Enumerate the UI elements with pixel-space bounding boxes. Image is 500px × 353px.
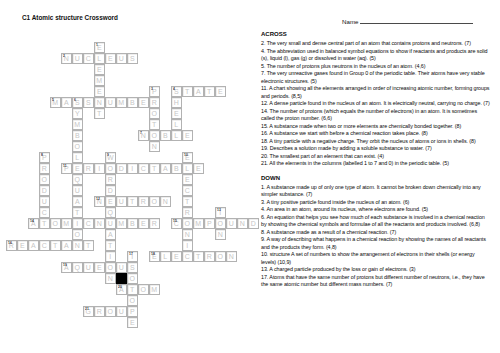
cell-letter: L [95, 54, 104, 63]
cell-letter: R [150, 98, 159, 107]
cell-letter: N [106, 274, 115, 283]
cell-letter: M [150, 285, 159, 294]
cell-letter: A [29, 241, 38, 250]
grid-cell[interactable]: 21G [83, 306, 94, 317]
grid-cell[interactable]: H [171, 97, 182, 108]
grid-cell[interactable]: E [182, 174, 193, 185]
cell-letter: B [73, 131, 82, 140]
cell-letter: E [18, 241, 27, 250]
cell-letter: T [183, 87, 192, 96]
grid-cell[interactable]: R [204, 251, 215, 262]
grid-cell[interactable]: T [149, 163, 160, 174]
grid-cell[interactable]: E [94, 64, 105, 75]
grid-cell[interactable]: O [215, 218, 226, 229]
cell-letter: I [106, 252, 115, 261]
cell-letter: T [106, 241, 115, 250]
grid-cell[interactable]: U [72, 185, 83, 196]
worksheet-title: C1 Atomic structure Crossword [22, 14, 118, 21]
grid-cell[interactable]: 10E [182, 152, 193, 163]
cell-letter: R [139, 197, 148, 206]
cell-letter: E [172, 109, 181, 118]
grid-cell[interactable]: T [204, 86, 215, 97]
cell-letter: T [194, 252, 203, 261]
cell-letter: N [95, 219, 104, 228]
cell-letter: E [194, 164, 203, 173]
grid-cell[interactable]: O [149, 130, 160, 141]
grid-cell[interactable]: 14A [28, 218, 39, 229]
cell-letter: C [84, 54, 93, 63]
grid-cell[interactable]: R [149, 218, 160, 229]
grid-cell[interactable]: L [171, 119, 182, 130]
grid-cell[interactable]: U [83, 262, 94, 273]
cell-letter: B [161, 131, 170, 140]
cell-letter: N [227, 252, 236, 261]
grid-cell[interactable]: O [138, 284, 149, 295]
cell-letter: D [40, 186, 49, 195]
grid-cell[interactable]: 4S [171, 86, 182, 97]
grid-cell[interactable]: C [39, 207, 50, 218]
clue-number: 10 [184, 153, 188, 156]
grid-cell[interactable]: N [149, 141, 160, 152]
grid-cell[interactable]: T [105, 240, 116, 251]
grid-cell[interactable]: M [94, 75, 105, 86]
cell-letter: U [106, 219, 115, 228]
grid-cell[interactable]: C [83, 53, 94, 64]
cell-letter: L [161, 252, 170, 261]
cell-letter: Q [73, 263, 82, 272]
clue-number: 8 [41, 153, 43, 156]
cell-letter: T [40, 219, 49, 228]
cell-letter: B [172, 164, 181, 173]
grid-cell[interactable]: R [83, 163, 94, 174]
grid-cell[interactable]: M [149, 284, 160, 295]
grid-cell[interactable]: N [105, 273, 116, 284]
grid-cell[interactable]: O [182, 218, 193, 229]
grid-cell[interactable]: 2N [61, 53, 72, 64]
grid-cell[interactable]: 12N [94, 196, 105, 207]
grid-cell[interactable]: 19A [61, 262, 72, 273]
grid-cell[interactable]: B [171, 163, 182, 174]
cell-letter: S [128, 263, 137, 272]
clue-across-18: 18. A tiny particle with a negative char… [261, 138, 490, 146]
grid-cell[interactable]: O [105, 262, 116, 273]
cell-letter: O [150, 131, 159, 140]
grid-cell[interactable]: R [138, 196, 149, 207]
clue-number: 20 [118, 285, 122, 288]
grid-cell[interactable]: T [39, 218, 50, 229]
cell-letter: O [40, 175, 49, 184]
grid-cell[interactable]: R [105, 174, 116, 185]
cell-letter: O [139, 285, 148, 294]
clue-down-8: 8. A substance made as a result of a che… [261, 229, 490, 237]
grid-cell[interactable]: T [127, 284, 138, 295]
cell-letter: A [106, 230, 115, 239]
grid-cell[interactable]: P [204, 218, 215, 229]
grid-cell[interactable]: N [182, 229, 193, 240]
grid-cell[interactable]: A [72, 196, 83, 207]
grid-cell[interactable]: U [116, 196, 127, 207]
grid-cell[interactable]: Q [72, 174, 83, 185]
grid-cell[interactable]: U [105, 218, 116, 229]
cell-letter: O [51, 219, 60, 228]
cell-letter: I [95, 164, 104, 173]
cell-letter: U [73, 54, 82, 63]
grid-cell[interactable]: N [215, 229, 226, 240]
grid-cell[interactable]: 15C [171, 218, 182, 229]
cell-letter: E [95, 263, 104, 272]
grid-cell[interactable]: A [105, 229, 116, 240]
grid-cell[interactable]: T [193, 251, 204, 262]
grid-cell[interactable]: T [72, 207, 83, 218]
clue-number: 12 [96, 197, 100, 200]
grid-cell[interactable]: E [182, 130, 193, 141]
clue-down-13: 13. A charged particle produced by the l… [261, 266, 490, 274]
across-section: ACROSS 2. The very small and dense centr… [261, 31, 490, 168]
cell-letter: T [128, 285, 137, 294]
cell-letter: E [183, 175, 192, 184]
cell-letter: O [128, 296, 137, 305]
grid-cell[interactable]: M [193, 218, 204, 229]
grid-cell[interactable]: O [127, 295, 138, 306]
clue-across-12: 12. A dense particle found in the nucleu… [261, 100, 490, 108]
clue-across-15: 15. A substance made when two or more el… [261, 123, 490, 131]
cell-letter: L [172, 131, 181, 140]
grid-cell[interactable]: P [127, 306, 138, 317]
cell-letter: T [205, 87, 214, 96]
cell-letter: I [73, 219, 82, 228]
grid-cell[interactable]: O [72, 141, 83, 152]
grid-cell[interactable]: I [94, 163, 105, 174]
clue-down-17: 17. Atoms that have the same number of p… [261, 274, 490, 289]
grid-cell[interactable]: E [94, 86, 105, 97]
clue-across-19: 19. Describes a solution made by adding … [261, 145, 490, 153]
grid-cell[interactable]: E [105, 196, 116, 207]
grid-cell[interactable]: B [160, 130, 171, 141]
cell-letter: O [106, 307, 115, 316]
grid-cell[interactable]: 11P [61, 163, 72, 174]
grid-cell[interactable]: N [72, 240, 83, 251]
cell-letter: U [117, 197, 126, 206]
cell-letter: O [106, 164, 115, 173]
cell-letter: E [172, 252, 181, 261]
cell-letter: E [128, 318, 137, 327]
grid-cell[interactable]: B [127, 218, 138, 229]
grid-cell[interactable]: 18E [149, 251, 160, 262]
cell-letter: T [128, 197, 137, 206]
clue-down-1: 1. A substance made up of only one type … [261, 184, 490, 199]
grid-cell[interactable]: 16R [6, 240, 17, 251]
cell-letter: U [73, 186, 82, 195]
cell-letter: E [95, 65, 104, 74]
cell-letter: E [95, 87, 104, 96]
clue-down-3: 3. A tiny positive particle found inside… [261, 199, 490, 207]
grid-cell[interactable]: M [116, 218, 127, 229]
cell-letter: L [172, 120, 181, 129]
clue-number: 9 [107, 153, 109, 156]
cell-letter: U [106, 98, 115, 107]
cell-letter: E [183, 131, 192, 140]
grid-cell[interactable]: R [39, 163, 50, 174]
grid-cell[interactable]: 3P [149, 86, 160, 97]
grid-cell[interactable]: O [105, 306, 116, 317]
grid-cell[interactable]: A [160, 163, 171, 174]
grid-cell[interactable]: M [116, 97, 127, 108]
grid-cell[interactable]: S [127, 262, 138, 273]
grid-cell[interactable]: U [105, 97, 116, 108]
grid-cell[interactable]: E [17, 240, 28, 251]
name-blank-line[interactable] [360, 17, 473, 24]
grid-cell[interactable]: D [248, 218, 259, 229]
cell-letter: A [194, 87, 203, 96]
clue-number: 14 [30, 219, 34, 222]
cell-letter: R [106, 175, 115, 184]
grid-cell[interactable]: U [116, 53, 127, 64]
grid-cell[interactable]: D [105, 185, 116, 196]
cell-letter: L [73, 153, 82, 162]
grid-cell[interactable]: S [83, 97, 94, 108]
cell-letter: H [172, 98, 181, 107]
cell-letter: B [128, 98, 137, 107]
across-clues: 2. The very small and dense central part… [261, 40, 490, 168]
grid-cell[interactable]: 13I [215, 207, 226, 218]
cell-letter: O [150, 197, 159, 206]
down-heading: DOWN [261, 175, 490, 181]
cell-letter: M [117, 98, 126, 107]
grid-cell[interactable]: 6S [72, 97, 83, 108]
grid-cell[interactable]: B [72, 130, 83, 141]
cell-letter: O [128, 274, 137, 283]
across-heading: ACROSS [261, 31, 490, 37]
cell-letter: R [40, 164, 49, 173]
grid-cell[interactable]: U [39, 196, 50, 207]
grid-cell[interactable]: U [226, 218, 237, 229]
grid-cell[interactable]: O [149, 108, 160, 119]
grid-cell[interactable]: L [171, 130, 182, 141]
cell-letter: O [216, 252, 225, 261]
clue-number: 21 [85, 307, 89, 310]
grid-cell[interactable]: E [72, 163, 83, 174]
grid-cell[interactable]: E [215, 86, 226, 97]
grid-cell[interactable]: E [138, 97, 149, 108]
clue-across-21: 21. All the elements in the columns (lab… [261, 160, 490, 168]
cell-letter: E [139, 98, 148, 107]
grid-cell[interactable]: 7N [138, 130, 149, 141]
grid-cell[interactable]: E [193, 163, 204, 174]
grid-cell[interactable]: I [105, 251, 116, 262]
grid-cell[interactable]: L [182, 163, 193, 174]
clue-across-14: 14. The number of protons (which equals … [261, 108, 490, 123]
grid-cell[interactable]: C [83, 218, 94, 229]
cell-letter: N [73, 241, 82, 250]
grid-cell[interactable]: N [94, 97, 105, 108]
clue-number: 19 [63, 263, 67, 266]
grid-cell[interactable]: C [182, 185, 193, 196]
cell-letter: T [150, 120, 159, 129]
cell-letter: R [95, 307, 104, 316]
grid-cell[interactable]: E [171, 108, 182, 119]
cell-letter: R [205, 252, 214, 261]
cell-letter: N [183, 230, 192, 239]
cell-letter: A [62, 98, 71, 107]
grid-cell[interactable]: O [149, 196, 160, 207]
cell-letter: A [62, 241, 71, 250]
grid-cell[interactable]: T [127, 196, 138, 207]
grid-cell[interactable]: A [61, 97, 72, 108]
grid-cell[interactable]: S [127, 53, 138, 64]
grid-cell[interactable]: N [94, 218, 105, 229]
cell-letter: S [128, 54, 137, 63]
cell-letter: M [95, 76, 104, 85]
grid-cell[interactable]: O [39, 174, 50, 185]
grid-cell[interactable]: 8P [39, 152, 50, 163]
cell-letter: Q [73, 175, 82, 184]
cell-letter: N [216, 230, 225, 239]
cell-letter: T [84, 241, 93, 250]
grid-cell[interactable]: R [182, 207, 193, 218]
cell-letter: E [73, 164, 82, 173]
grid-cell[interactable]: I [127, 163, 138, 174]
grid-cell[interactable]: Q [105, 207, 116, 218]
cell-letter: O [183, 219, 192, 228]
cell-letter: I [183, 241, 192, 250]
grid-cell[interactable]: L [72, 152, 83, 163]
grid-cell[interactable]: C [182, 251, 193, 262]
clue-number: 4 [173, 87, 175, 90]
grid-cell[interactable]: 9W [105, 152, 116, 163]
grid-cell[interactable]: C [39, 240, 50, 251]
cell-letter: M [73, 120, 82, 129]
grid-cell[interactable]: A [193, 86, 204, 97]
grid-cell[interactable]: 20A [116, 284, 127, 295]
cell-letter: N [238, 219, 247, 228]
grid-cell[interactable]: R [149, 97, 160, 108]
grid-cell[interactable]: Q [72, 262, 83, 273]
grid-cell[interactable]: D [116, 163, 127, 174]
grid-cell[interactable]: T [149, 119, 160, 130]
grid-cell[interactable]: E [105, 53, 116, 64]
grid-cell[interactable]: E [138, 218, 149, 229]
cell-letter: O [73, 142, 82, 151]
grid-cell[interactable]: R [94, 306, 105, 317]
cell-letter: C [84, 219, 93, 228]
cell-letter: S [84, 98, 93, 107]
clue-down-4: 4. An area in an atom, around its nucleu… [261, 206, 490, 214]
grid-cell[interactable]: M [61, 218, 72, 229]
cell-letter: M [62, 219, 71, 228]
grid-cell[interactable]: T [182, 196, 193, 207]
grid-cell[interactable]: U [72, 53, 83, 64]
grid-cell[interactable]: D [39, 185, 50, 196]
grid-cell[interactable]: B [127, 97, 138, 108]
grid-cell[interactable]: O [50, 218, 61, 229]
clue-number: 6 [74, 98, 76, 101]
grid-cell[interactable]: T [83, 240, 94, 251]
cell-letter: U [40, 197, 49, 206]
clue-across-11: 11. A chart showing all the elements arr… [261, 85, 490, 100]
grid-cell[interactable]: T [182, 86, 193, 97]
grid-cell[interactable]: U [116, 262, 127, 273]
grid-cell[interactable]: I [72, 218, 83, 229]
cell-letter: C [183, 186, 192, 195]
grid-cell[interactable]: O [72, 229, 83, 240]
grid-cell[interactable]: O [105, 163, 116, 174]
name-label: Name [342, 18, 359, 25]
grid-cell[interactable]: 1E [94, 42, 105, 53]
down-clues: 1. A substance made up of only one type … [261, 184, 490, 289]
grid-cell[interactable]: Y [72, 108, 83, 119]
clue-across-16: 16. A substance we start with before a c… [261, 130, 490, 138]
clue-across-2: 2. The very small and dense central part… [261, 40, 490, 48]
cell-letter: T [51, 241, 60, 250]
clue-number: 1 [96, 43, 98, 46]
cell-letter: T [150, 164, 159, 173]
cell-letter: O [73, 230, 82, 239]
cell-letter: C [139, 164, 148, 173]
cell-letter: D [249, 219, 258, 228]
grid-cell[interactable]: E [94, 262, 105, 273]
cell-letter: C [40, 241, 49, 250]
cell-letter: C [40, 208, 49, 217]
clue-number: 7 [140, 131, 142, 134]
cell-letter: M [117, 219, 126, 228]
cell-letter: N [95, 98, 104, 107]
page: { "title": "C1 Atomic structure Crosswor… [0, 0, 500, 353]
cell-letter: P [205, 219, 214, 228]
cell-letter: R [84, 164, 93, 173]
grid-cell[interactable]: L [160, 251, 171, 262]
clue-number: 3 [151, 87, 153, 90]
grid-cell[interactable]: I [182, 240, 193, 251]
cell-letter: L [183, 164, 192, 173]
cell-letter: T [183, 197, 192, 206]
grid-cell[interactable]: E [127, 317, 138, 328]
cell-letter: T [73, 208, 82, 217]
grid-cell[interactable]: 17I [127, 251, 138, 262]
clue-down-6: 6. An equation that helps you see how mu… [261, 214, 490, 229]
clue-down-10: 10. structure A set of numbers to show t… [261, 251, 490, 266]
cell-letter: O [216, 219, 225, 228]
grid-cell[interactable]: U [116, 306, 127, 317]
grid-cell[interactable]: C [138, 163, 149, 174]
grid-cell[interactable]: E [171, 251, 182, 262]
cell-letter: E [106, 54, 115, 63]
cell-letter: R [150, 219, 159, 228]
cell-letter: E [216, 87, 225, 96]
cell-letter: E [139, 219, 148, 228]
cell-letter: U [227, 219, 236, 228]
grid-cell[interactable]: N [226, 251, 237, 262]
cell-letter: U [117, 307, 126, 316]
grid-cell[interactable]: O [127, 273, 138, 284]
cell-letter: Q [106, 208, 115, 217]
clue-number: 16 [8, 241, 12, 244]
grid-cell[interactable]: N [237, 218, 248, 229]
grid-cell[interactable]: N [160, 196, 171, 207]
clue-number: 13 [217, 208, 221, 211]
grid-cell[interactable]: 5M [50, 97, 61, 108]
grid-cell[interactable]: A [28, 240, 39, 251]
grid-cell[interactable]: T [50, 240, 61, 251]
grid-cell[interactable]: M [72, 119, 83, 130]
grid-cell[interactable]: T [94, 108, 105, 119]
crossword-grid: 1E2NUCLEUSEME3P4STATE5MA6SSNUMBERHYTOEMT… [6, 42, 259, 328]
cell-letter: P [128, 307, 137, 316]
grid-cell[interactable]: A [61, 240, 72, 251]
grid-cell[interactable]: L [94, 53, 105, 64]
grid-cell[interactable]: O [215, 251, 226, 262]
black-cell [116, 273, 127, 284]
cell-letter: R [183, 208, 192, 217]
